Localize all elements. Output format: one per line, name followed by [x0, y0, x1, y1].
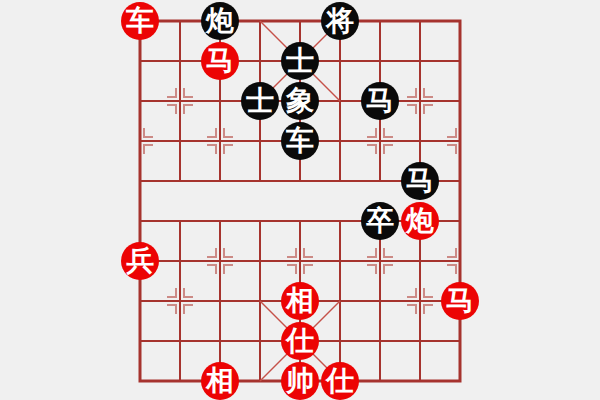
piece-red-advisor[interactable]: 仕	[281, 322, 319, 360]
piece-black-advisor[interactable]: 士	[281, 42, 319, 80]
piece-red-horse[interactable]: 马	[441, 282, 479, 320]
piece-black-general[interactable]: 将	[321, 2, 359, 40]
piece-red-soldier[interactable]: 兵	[121, 242, 159, 280]
piece-red-elephant[interactable]: 相	[281, 282, 319, 320]
pieces-layer: 车炮将马士士象马车马卒炮兵相马仕相帅仕	[0, 0, 600, 400]
piece-black-chariot[interactable]: 车	[281, 122, 319, 160]
piece-red-chariot[interactable]: 车	[121, 2, 159, 40]
piece-black-advisor[interactable]: 士	[241, 82, 279, 120]
piece-red-advisor[interactable]: 仕	[321, 362, 359, 400]
piece-black-horse[interactable]: 马	[361, 82, 399, 120]
piece-red-elephant[interactable]: 相	[201, 362, 239, 400]
piece-red-horse[interactable]: 马	[201, 42, 239, 80]
piece-red-cannon[interactable]: 炮	[401, 202, 439, 240]
piece-black-horse[interactable]: 马	[401, 162, 439, 200]
piece-black-soldier[interactable]: 卒	[361, 202, 399, 240]
xiangqi-board: 车炮将马士士象马车马卒炮兵相马仕相帅仕	[0, 0, 600, 400]
piece-black-elephant[interactable]: 象	[281, 82, 319, 120]
piece-red-general[interactable]: 帅	[281, 362, 319, 400]
piece-black-cannon[interactable]: 炮	[201, 2, 239, 40]
